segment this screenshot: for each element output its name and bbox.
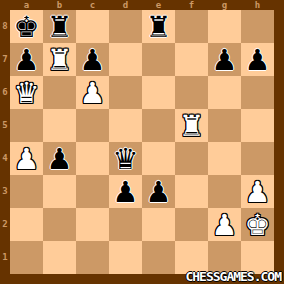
white-pawn-a4[interactable]: ♟ <box>10 142 43 175</box>
black-queen-d4[interactable]: ♛ <box>109 142 142 175</box>
square-c3[interactable] <box>76 175 109 208</box>
square-f4[interactable] <box>175 142 208 175</box>
square-f7[interactable] <box>175 43 208 76</box>
square-c2[interactable] <box>76 208 109 241</box>
black-king-a8[interactable]: ♚ <box>10 10 43 43</box>
square-c7[interactable]: ♟ <box>76 43 109 76</box>
square-d4[interactable]: ♛ <box>109 142 142 175</box>
file-label-h: h <box>241 0 274 10</box>
chess-board: ♚♜♜♟♜♟♟♟♛♟♜♟♟♛♟♟♟♟♚ <box>10 10 274 274</box>
black-rook-e8[interactable]: ♜ <box>142 10 175 43</box>
square-d2[interactable] <box>109 208 142 241</box>
square-a1[interactable] <box>10 241 43 274</box>
square-a8[interactable]: ♚ <box>10 10 43 43</box>
square-a2[interactable] <box>10 208 43 241</box>
square-a5[interactable] <box>10 109 43 142</box>
square-g6[interactable] <box>208 76 241 109</box>
square-c5[interactable] <box>76 109 109 142</box>
file-label-f: f <box>175 0 208 10</box>
square-e7[interactable] <box>142 43 175 76</box>
white-king-h2[interactable]: ♚ <box>241 208 274 241</box>
square-e6[interactable] <box>142 76 175 109</box>
file-label-a: a <box>10 0 43 10</box>
square-g2[interactable]: ♟ <box>208 208 241 241</box>
square-b3[interactable] <box>43 175 76 208</box>
square-e8[interactable]: ♜ <box>142 10 175 43</box>
white-queen-a6[interactable]: ♛ <box>10 76 43 109</box>
square-d5[interactable] <box>109 109 142 142</box>
square-d1[interactable] <box>109 241 142 274</box>
rank-label-5: 5 <box>0 109 10 142</box>
square-b7[interactable]: ♜ <box>43 43 76 76</box>
square-e4[interactable] <box>142 142 175 175</box>
square-g3[interactable] <box>208 175 241 208</box>
square-b8[interactable]: ♜ <box>43 10 76 43</box>
square-a7[interactable]: ♟ <box>10 43 43 76</box>
square-h5[interactable] <box>241 109 274 142</box>
square-h2[interactable]: ♚ <box>241 208 274 241</box>
black-pawn-d3[interactable]: ♟ <box>109 175 142 208</box>
rank-label-6: 6 <box>0 76 10 109</box>
white-pawn-c6[interactable]: ♟ <box>76 76 109 109</box>
square-c8[interactable] <box>76 10 109 43</box>
white-pawn-g2[interactable]: ♟ <box>208 208 241 241</box>
square-f2[interactable] <box>175 208 208 241</box>
black-pawn-g7[interactable]: ♟ <box>208 43 241 76</box>
black-pawn-a7[interactable]: ♟ <box>10 43 43 76</box>
square-d3[interactable]: ♟ <box>109 175 142 208</box>
black-pawn-b4[interactable]: ♟ <box>43 142 76 175</box>
square-f3[interactable] <box>175 175 208 208</box>
rank-label-1: 1 <box>0 241 10 274</box>
rank-label-7: 7 <box>0 43 10 76</box>
black-pawn-c7[interactable]: ♟ <box>76 43 109 76</box>
square-f6[interactable] <box>175 76 208 109</box>
square-b5[interactable] <box>43 109 76 142</box>
rank-label-4: 4 <box>0 142 10 175</box>
black-rook-b8[interactable]: ♜ <box>43 10 76 43</box>
square-h8[interactable] <box>241 10 274 43</box>
white-rook-f5[interactable]: ♜ <box>175 109 208 142</box>
chess-diagram: ♚♜♜♟♜♟♟♟♛♟♜♟♟♛♟♟♟♟♚ abcdefgh 87654321 CH… <box>0 0 284 284</box>
square-d6[interactable] <box>109 76 142 109</box>
square-f5[interactable]: ♜ <box>175 109 208 142</box>
square-a3[interactable] <box>10 175 43 208</box>
square-g4[interactable] <box>208 142 241 175</box>
square-e1[interactable] <box>142 241 175 274</box>
rank-label-2: 2 <box>0 208 10 241</box>
file-label-g: g <box>208 0 241 10</box>
black-pawn-h7[interactable]: ♟ <box>241 43 274 76</box>
white-rook-b7[interactable]: ♜ <box>43 43 76 76</box>
square-b4[interactable]: ♟ <box>43 142 76 175</box>
square-c4[interactable] <box>76 142 109 175</box>
black-pawn-e3[interactable]: ♟ <box>142 175 175 208</box>
square-h6[interactable] <box>241 76 274 109</box>
file-label-d: d <box>109 0 142 10</box>
square-h4[interactable] <box>241 142 274 175</box>
square-g7[interactable]: ♟ <box>208 43 241 76</box>
square-e2[interactable] <box>142 208 175 241</box>
square-e3[interactable]: ♟ <box>142 175 175 208</box>
square-a6[interactable]: ♛ <box>10 76 43 109</box>
square-d7[interactable] <box>109 43 142 76</box>
square-c1[interactable] <box>76 241 109 274</box>
square-b6[interactable] <box>43 76 76 109</box>
site-watermark: CHESSGAMES.COM <box>185 269 281 284</box>
square-d8[interactable] <box>109 10 142 43</box>
rank-label-8: 8 <box>0 10 10 43</box>
square-g8[interactable] <box>208 10 241 43</box>
rank-label-3: 3 <box>0 175 10 208</box>
square-b1[interactable] <box>43 241 76 274</box>
square-h3[interactable]: ♟ <box>241 175 274 208</box>
file-label-c: c <box>76 0 109 10</box>
square-e5[interactable] <box>142 109 175 142</box>
square-h7[interactable]: ♟ <box>241 43 274 76</box>
square-a4[interactable]: ♟ <box>10 142 43 175</box>
square-g5[interactable] <box>208 109 241 142</box>
file-label-e: e <box>142 0 175 10</box>
square-c6[interactable]: ♟ <box>76 76 109 109</box>
white-pawn-h3[interactable]: ♟ <box>241 175 274 208</box>
square-b2[interactable] <box>43 208 76 241</box>
file-label-b: b <box>43 0 76 10</box>
square-f8[interactable] <box>175 10 208 43</box>
